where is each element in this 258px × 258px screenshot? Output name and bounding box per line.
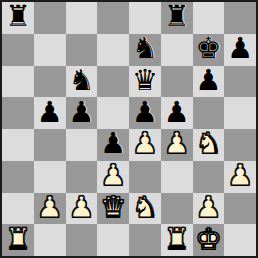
square-a1[interactable]: ♜ [2, 224, 34, 256]
square-d1[interactable] [97, 224, 129, 256]
square-d8[interactable] [97, 2, 129, 34]
square-f1[interactable]: ♜ [161, 224, 193, 256]
piece-black-pawn[interactable]: ♟ [227, 34, 253, 63]
piece-white-pawn[interactable]: ♟ [132, 129, 158, 158]
square-a4[interactable] [2, 129, 34, 161]
square-h8[interactable] [224, 2, 256, 34]
piece-white-queen[interactable]: ♛ [100, 193, 126, 222]
square-g2[interactable]: ♟ [193, 193, 225, 225]
piece-white-pawn[interactable]: ♟ [227, 161, 253, 190]
square-g1[interactable]: ♚ [193, 224, 225, 256]
piece-black-rook[interactable]: ♜ [164, 2, 190, 31]
piece-white-rook[interactable]: ♜ [164, 225, 190, 254]
square-g3[interactable] [193, 161, 225, 193]
square-b7[interactable] [34, 34, 66, 66]
square-h2[interactable] [224, 193, 256, 225]
square-e8[interactable] [129, 2, 161, 34]
square-d3[interactable]: ♟ [97, 161, 129, 193]
square-f6[interactable] [161, 66, 193, 98]
square-h1[interactable] [224, 224, 256, 256]
square-d4[interactable]: ♟ [97, 129, 129, 161]
square-b8[interactable] [34, 2, 66, 34]
square-b4[interactable] [34, 129, 66, 161]
square-f2[interactable] [161, 193, 193, 225]
square-b1[interactable] [34, 224, 66, 256]
square-a8[interactable]: ♜ [2, 2, 34, 34]
square-h6[interactable] [224, 66, 256, 98]
square-c5[interactable]: ♟ [66, 97, 98, 129]
piece-white-pawn[interactable]: ♟ [195, 193, 221, 222]
square-d5[interactable] [97, 97, 129, 129]
square-e2[interactable]: ♞ [129, 193, 161, 225]
square-b3[interactable] [34, 161, 66, 193]
square-g4[interactable]: ♞ [193, 129, 225, 161]
square-f3[interactable] [161, 161, 193, 193]
square-a5[interactable] [2, 97, 34, 129]
piece-black-pawn[interactable]: ♟ [195, 66, 221, 95]
square-d7[interactable] [97, 34, 129, 66]
piece-black-rook[interactable]: ♜ [5, 2, 31, 31]
square-e7[interactable]: ♞ [129, 34, 161, 66]
square-g8[interactable] [193, 2, 225, 34]
square-f7[interactable] [161, 34, 193, 66]
square-h4[interactable] [224, 129, 256, 161]
piece-white-rook[interactable]: ♜ [5, 225, 31, 254]
square-f4[interactable]: ♟ [161, 129, 193, 161]
piece-black-pawn[interactable]: ♟ [132, 98, 158, 127]
chess-board: ♜♜♞♚♟♞♛♟♟♟♟♟♟♟♟♞♟♟♟♟♛♞♟♜♜♚ [0, 0, 258, 258]
square-a7[interactable] [2, 34, 34, 66]
square-c8[interactable] [66, 2, 98, 34]
piece-black-knight[interactable]: ♞ [68, 66, 94, 95]
square-c3[interactable] [66, 161, 98, 193]
square-b6[interactable] [34, 66, 66, 98]
piece-black-pawn[interactable]: ♟ [164, 98, 190, 127]
piece-white-pawn[interactable]: ♟ [164, 129, 190, 158]
square-e4[interactable]: ♟ [129, 129, 161, 161]
piece-black-pawn[interactable]: ♟ [100, 129, 126, 158]
square-f5[interactable]: ♟ [161, 97, 193, 129]
piece-white-king[interactable]: ♚ [195, 225, 221, 254]
square-b5[interactable]: ♟ [34, 97, 66, 129]
square-c6[interactable]: ♞ [66, 66, 98, 98]
square-g5[interactable] [193, 97, 225, 129]
square-d6[interactable] [97, 66, 129, 98]
square-a2[interactable] [2, 193, 34, 225]
square-c2[interactable]: ♟ [66, 193, 98, 225]
square-c4[interactable] [66, 129, 98, 161]
square-d2[interactable]: ♛ [97, 193, 129, 225]
square-h7[interactable]: ♟ [224, 34, 256, 66]
piece-black-queen[interactable]: ♛ [132, 66, 158, 95]
square-e1[interactable] [129, 224, 161, 256]
piece-black-pawn[interactable]: ♟ [68, 98, 94, 127]
piece-black-knight[interactable]: ♞ [132, 34, 158, 63]
square-a3[interactable] [2, 161, 34, 193]
square-e5[interactable]: ♟ [129, 97, 161, 129]
piece-white-pawn[interactable]: ♟ [100, 161, 126, 190]
square-e6[interactable]: ♛ [129, 66, 161, 98]
square-h5[interactable] [224, 97, 256, 129]
square-h3[interactable]: ♟ [224, 161, 256, 193]
piece-black-king[interactable]: ♚ [195, 34, 221, 63]
square-e3[interactable] [129, 161, 161, 193]
square-c1[interactable] [66, 224, 98, 256]
piece-white-pawn[interactable]: ♟ [68, 193, 94, 222]
piece-black-pawn[interactable]: ♟ [37, 98, 63, 127]
square-g6[interactable]: ♟ [193, 66, 225, 98]
square-a6[interactable] [2, 66, 34, 98]
square-c7[interactable] [66, 34, 98, 66]
piece-white-knight[interactable]: ♞ [132, 193, 158, 222]
piece-white-pawn[interactable]: ♟ [37, 193, 63, 222]
piece-white-knight[interactable]: ♞ [195, 129, 221, 158]
square-f8[interactable]: ♜ [161, 2, 193, 34]
square-g7[interactable]: ♚ [193, 34, 225, 66]
square-b2[interactable]: ♟ [34, 193, 66, 225]
